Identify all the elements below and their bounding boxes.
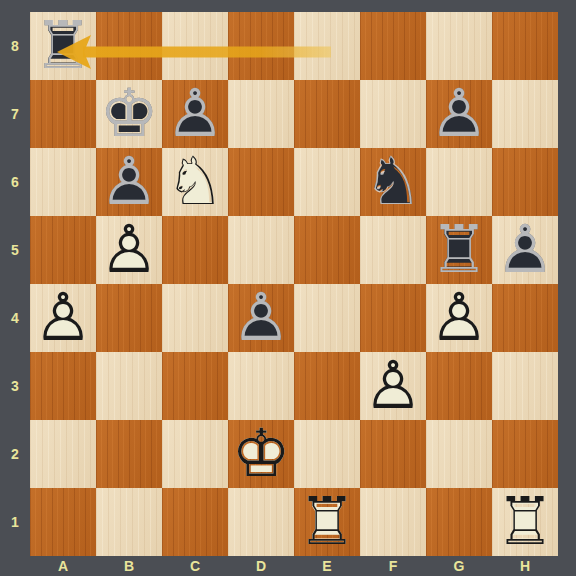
rank-label-5: 5 [0, 216, 30, 284]
chess-board: ♜♖♚♔♟♙♟♙♟♙♞♘♞♘♟♙♜♖♟♙♟♙♟♙♟♙♟♙♚♔♜♖♜♖ [30, 12, 558, 556]
square-d2[interactable]: ♚♔ [228, 420, 294, 488]
square-g2[interactable] [426, 420, 492, 488]
piece-black-pawn: ♟♙ [96, 148, 162, 216]
piece-white-pawn: ♟♙ [30, 284, 96, 352]
white-pawn-icon: ♟ [360, 352, 426, 420]
file-label-a: A [30, 556, 96, 576]
square-f7[interactable] [360, 80, 426, 148]
square-d1[interactable] [228, 488, 294, 556]
piece-white-knight: ♞♘ [162, 148, 228, 216]
square-a8[interactable]: ♜♖ [30, 12, 96, 80]
square-c7[interactable]: ♟♙ [162, 80, 228, 148]
black-pawn-outline-icon: ♙ [228, 284, 294, 352]
black-pawn-outline-icon: ♙ [96, 148, 162, 216]
square-f3[interactable]: ♟♙ [360, 352, 426, 420]
black-rook-outline-icon: ♖ [426, 216, 492, 284]
square-g7[interactable]: ♟♙ [426, 80, 492, 148]
black-knight-outline-icon: ♘ [360, 148, 426, 216]
piece-white-pawn: ♟♙ [426, 284, 492, 352]
rank-label-8: 8 [0, 12, 30, 80]
white-rook-icon: ♜ [492, 488, 558, 556]
square-g4[interactable]: ♟♙ [426, 284, 492, 352]
black-rook-outline-icon: ♖ [30, 12, 96, 80]
square-e3[interactable] [294, 352, 360, 420]
square-g5[interactable]: ♜♖ [426, 216, 492, 284]
black-pawn-outline-icon: ♙ [426, 80, 492, 148]
file-label-g: G [426, 556, 492, 576]
rank-label-6: 6 [0, 148, 30, 216]
square-h6[interactable] [492, 148, 558, 216]
square-a2[interactable] [30, 420, 96, 488]
square-f8[interactable] [360, 12, 426, 80]
square-e7[interactable] [294, 80, 360, 148]
piece-black-pawn: ♟♙ [228, 284, 294, 352]
piece-black-king: ♚♔ [96, 80, 162, 148]
black-pawn-icon: ♟ [228, 284, 294, 352]
square-g6[interactable] [426, 148, 492, 216]
square-h2[interactable] [492, 420, 558, 488]
white-knight-outline-icon: ♘ [162, 148, 228, 216]
square-e2[interactable] [294, 420, 360, 488]
white-pawn-outline-icon: ♙ [96, 216, 162, 284]
square-a5[interactable] [30, 216, 96, 284]
piece-white-pawn: ♟♙ [96, 216, 162, 284]
square-c2[interactable] [162, 420, 228, 488]
square-b1[interactable] [96, 488, 162, 556]
piece-black-pawn: ♟♙ [492, 216, 558, 284]
black-rook-icon: ♜ [30, 12, 96, 80]
white-rook-outline-icon: ♖ [294, 488, 360, 556]
square-b7[interactable]: ♚♔ [96, 80, 162, 148]
piece-black-pawn: ♟♙ [426, 80, 492, 148]
square-d3[interactable] [228, 352, 294, 420]
piece-white-rook: ♜♖ [294, 488, 360, 556]
white-rook-outline-icon: ♖ [492, 488, 558, 556]
white-pawn-icon: ♟ [96, 216, 162, 284]
square-e8[interactable] [294, 12, 360, 80]
black-king-outline-icon: ♔ [96, 80, 162, 148]
square-d6[interactable] [228, 148, 294, 216]
square-b6[interactable]: ♟♙ [96, 148, 162, 216]
file-label-b: B [96, 556, 162, 576]
square-b3[interactable] [96, 352, 162, 420]
square-c8[interactable] [162, 12, 228, 80]
square-c3[interactable] [162, 352, 228, 420]
square-a1[interactable] [30, 488, 96, 556]
square-b2[interactable] [96, 420, 162, 488]
square-c6[interactable]: ♞♘ [162, 148, 228, 216]
square-c1[interactable] [162, 488, 228, 556]
rank-coordinates: 87654321 [0, 12, 30, 556]
black-knight-icon: ♞ [360, 148, 426, 216]
chess-diagram: 87654321 ♜♖♚♔♟♙♟♙♟♙♞♘♞♘♟♙♜♖♟♙♟♙♟♙♟♙♟♙♚♔♜… [0, 0, 576, 576]
white-knight-icon: ♞ [162, 148, 228, 216]
piece-white-pawn: ♟♙ [360, 352, 426, 420]
square-d8[interactable] [228, 12, 294, 80]
file-label-c: C [162, 556, 228, 576]
square-f4[interactable] [360, 284, 426, 352]
file-label-e: E [294, 556, 360, 576]
piece-white-rook: ♜♖ [492, 488, 558, 556]
square-f1[interactable] [360, 488, 426, 556]
square-b8[interactable] [96, 12, 162, 80]
square-b5[interactable]: ♟♙ [96, 216, 162, 284]
square-b4[interactable] [96, 284, 162, 352]
square-h5[interactable]: ♟♙ [492, 216, 558, 284]
piece-black-rook: ♜♖ [426, 216, 492, 284]
file-label-f: F [360, 556, 426, 576]
square-h1[interactable]: ♜♖ [492, 488, 558, 556]
rank-label-4: 4 [0, 284, 30, 352]
white-pawn-outline-icon: ♙ [360, 352, 426, 420]
square-a4[interactable]: ♟♙ [30, 284, 96, 352]
square-a7[interactable] [30, 80, 96, 148]
black-king-icon: ♚ [96, 80, 162, 148]
white-pawn-outline-icon: ♙ [426, 284, 492, 352]
black-pawn-outline-icon: ♙ [492, 216, 558, 284]
white-king-outline-icon: ♔ [228, 420, 294, 488]
black-pawn-icon: ♟ [162, 80, 228, 148]
piece-black-rook: ♜♖ [30, 12, 96, 80]
square-f5[interactable] [360, 216, 426, 284]
black-pawn-icon: ♟ [96, 148, 162, 216]
square-g1[interactable] [426, 488, 492, 556]
black-pawn-outline-icon: ♙ [162, 80, 228, 148]
white-pawn-icon: ♟ [426, 284, 492, 352]
file-label-h: H [492, 556, 558, 576]
square-d7[interactable] [228, 80, 294, 148]
file-label-d: D [228, 556, 294, 576]
rank-label-7: 7 [0, 80, 30, 148]
square-e1[interactable]: ♜♖ [294, 488, 360, 556]
square-h8[interactable] [492, 12, 558, 80]
piece-black-knight: ♞♘ [360, 148, 426, 216]
square-h4[interactable] [492, 284, 558, 352]
square-a6[interactable] [30, 148, 96, 216]
square-c4[interactable] [162, 284, 228, 352]
piece-white-king: ♚♔ [228, 420, 294, 488]
piece-black-pawn: ♟♙ [162, 80, 228, 148]
white-pawn-icon: ♟ [30, 284, 96, 352]
square-a3[interactable] [30, 352, 96, 420]
square-e5[interactable] [294, 216, 360, 284]
square-h3[interactable] [492, 352, 558, 420]
black-pawn-icon: ♟ [492, 216, 558, 284]
white-king-icon: ♚ [228, 420, 294, 488]
square-h7[interactable] [492, 80, 558, 148]
square-d5[interactable] [228, 216, 294, 284]
file-coordinates: ABCDEFGH [30, 556, 558, 576]
square-g3[interactable] [426, 352, 492, 420]
square-c5[interactable] [162, 216, 228, 284]
black-rook-icon: ♜ [426, 216, 492, 284]
white-rook-icon: ♜ [294, 488, 360, 556]
square-e6[interactable] [294, 148, 360, 216]
black-pawn-icon: ♟ [426, 80, 492, 148]
square-d4[interactable]: ♟♙ [228, 284, 294, 352]
rank-label-1: 1 [0, 488, 30, 556]
rank-label-2: 2 [0, 420, 30, 488]
square-f6[interactable]: ♞♘ [360, 148, 426, 216]
rank-label-3: 3 [0, 352, 30, 420]
square-f2[interactable] [360, 420, 426, 488]
white-pawn-outline-icon: ♙ [30, 284, 96, 352]
square-g8[interactable] [426, 12, 492, 80]
square-e4[interactable] [294, 284, 360, 352]
